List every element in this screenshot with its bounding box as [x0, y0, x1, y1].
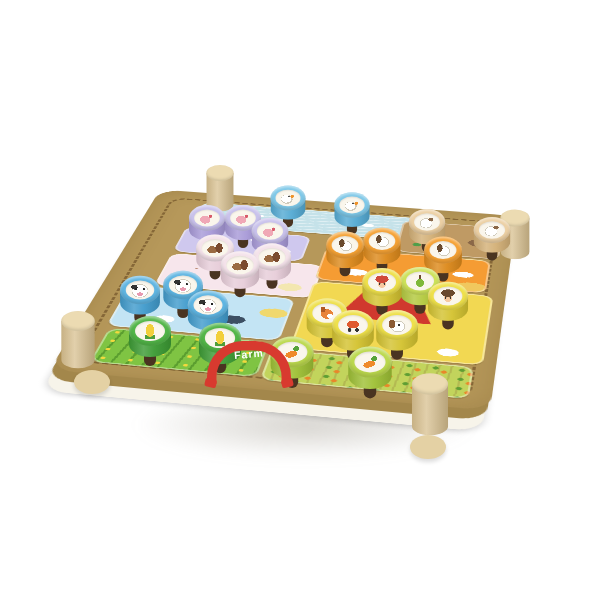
- peg-face: [126, 281, 155, 300]
- peg-face: [354, 352, 385, 373]
- peg-face: [369, 232, 396, 250]
- duck-icon: [343, 199, 362, 212]
- tractor-icon: [342, 318, 364, 333]
- peg-face: [226, 256, 254, 274]
- bird-icon: [260, 224, 279, 237]
- peg-face: [332, 236, 359, 254]
- farm-sign-label: Farm: [210, 345, 288, 363]
- peg-top: [363, 228, 400, 255]
- horse-icon: [335, 238, 355, 251]
- peg-face: [479, 221, 505, 239]
- peg-top: [221, 251, 260, 279]
- peg-face: [275, 190, 300, 207]
- cow-icon: [130, 283, 151, 297]
- peg-top: [334, 192, 369, 217]
- dog-icon: [386, 318, 408, 333]
- peg-top: [348, 346, 392, 377]
- peg-face: [382, 315, 412, 335]
- bird-icon: [198, 212, 217, 225]
- sprite-layer: Farm: [0, 0, 600, 600]
- peg-face: [414, 213, 440, 230]
- peg-face: [257, 222, 283, 240]
- carrot-icon: [357, 352, 383, 373]
- cow-icon: [197, 298, 218, 313]
- peg-top: [424, 237, 462, 264]
- peg-face: [338, 315, 368, 335]
- peg-top: [376, 310, 418, 340]
- horse-icon: [372, 234, 392, 247]
- peg-face: [339, 197, 364, 214]
- duck-icon: [279, 192, 297, 205]
- goat-icon: [482, 223, 501, 236]
- squirrel-icon: [230, 258, 250, 272]
- peg-top: [120, 276, 160, 305]
- peg-top: [129, 316, 171, 346]
- squirrel-icon: [262, 250, 282, 264]
- farm-sign-arch-icon: Farm: [207, 341, 291, 384]
- peg-top: [252, 218, 289, 244]
- peg-top: [326, 232, 364, 259]
- bird-icon: [234, 212, 253, 225]
- post-top: [412, 373, 448, 394]
- peg-top: [428, 282, 468, 311]
- peg-top: [474, 217, 511, 243]
- horse-icon: [433, 243, 453, 257]
- boy-icon: [437, 289, 458, 303]
- farm-peg-board-photo: Farm: [0, 0, 600, 600]
- peg-face: [193, 295, 222, 314]
- peg-face: [434, 286, 463, 305]
- peg-top: [409, 209, 445, 235]
- peg-face: [194, 209, 220, 226]
- post-top: [206, 165, 233, 181]
- corn-icon: [139, 323, 161, 338]
- goat-icon: [417, 216, 436, 229]
- peg-face: [258, 248, 285, 266]
- peg-top: [189, 205, 225, 231]
- peg-top: [270, 185, 305, 210]
- peg-face: [430, 241, 457, 259]
- peg-top: [332, 310, 374, 340]
- peg-top: [188, 290, 229, 319]
- peg-face: [135, 321, 165, 341]
- peg-top: [362, 268, 401, 296]
- peg-face: [368, 273, 396, 292]
- girl-icon: [372, 275, 393, 289]
- post-top: [61, 311, 95, 331]
